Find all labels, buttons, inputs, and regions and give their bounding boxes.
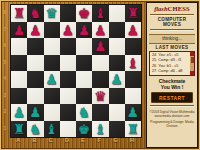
file-label-e: E (75, 137, 91, 143)
square-h2[interactable]: ♟ (125, 104, 141, 121)
pink-rook-h8: ♜ (125, 5, 141, 22)
pink-king-e8: ♚ (76, 5, 92, 22)
square-c7[interactable] (44, 22, 60, 39)
square-e4[interactable] (76, 71, 92, 88)
credit-text-1: ©2003 Digital Vision Multimedia www.medi… (148, 110, 196, 118)
square-b8[interactable]: ♞ (27, 5, 43, 22)
file-label-a: A (10, 137, 26, 143)
square-h7[interactable]: ♟ (125, 22, 141, 39)
square-b1[interactable]: ♞ (27, 121, 43, 138)
square-c6[interactable] (44, 38, 60, 55)
square-f4[interactable] (92, 71, 108, 88)
pink-queen-f3: ♛ (92, 88, 108, 105)
pink-pawn-b7: ♟ (27, 22, 43, 39)
scroll-down-icon[interactable] (190, 71, 194, 75)
move-history-list[interactable]: 24. You: e5 - c525. Comp: d3 - f126. You… (149, 51, 195, 76)
scroll-thumb[interactable] (191, 57, 194, 63)
square-d8[interactable] (60, 5, 76, 22)
square-d1[interactable] (60, 121, 76, 138)
square-f8[interactable]: ♝ (92, 5, 108, 22)
square-b6[interactable] (27, 38, 43, 55)
pink-pawn-h7: ♟ (125, 22, 141, 39)
square-f5[interactable] (92, 55, 108, 72)
square-f1[interactable]: ♝ (92, 121, 108, 138)
teal-bishop-f1: ♝ (92, 121, 108, 138)
logo: flashCHESS (154, 5, 190, 12)
teal-pawn-g4: ♟ (109, 71, 125, 88)
move-row-3: 27. Comp: d6 - d8 (152, 69, 188, 74)
square-a5[interactable] (11, 55, 27, 72)
rank-label-1: 1 (1, 120, 9, 137)
file-label-b: B (26, 137, 42, 143)
restart-button[interactable]: RESTART (151, 92, 193, 103)
square-b3[interactable] (27, 88, 43, 105)
square-g5[interactable] (109, 55, 125, 72)
file-label-f: F (91, 137, 107, 143)
square-h1[interactable]: ♜ (125, 121, 141, 138)
credit-text-2: Programming & Design: Media Division (148, 120, 196, 128)
pink-pawn-a7: ♟ (11, 22, 27, 39)
square-d4[interactable] (60, 71, 76, 88)
square-d6[interactable] (60, 38, 76, 55)
square-b7[interactable]: ♟ (27, 22, 43, 39)
square-g2[interactable] (109, 104, 125, 121)
result-line1: Checkmate (159, 78, 186, 84)
last-moves-label: LAST MOVES (155, 45, 189, 50)
square-h5[interactable]: ♝ (125, 55, 141, 72)
teal-knight-b1: ♞ (27, 121, 43, 138)
square-c5[interactable] (44, 55, 60, 72)
square-d3[interactable] (60, 88, 76, 105)
square-f6[interactable]: ♟ (92, 38, 108, 55)
pink-pawn-e7: ♟ (76, 22, 92, 39)
result-message: Checkmate You Win ! (159, 78, 186, 90)
file-label-h: H (124, 137, 140, 143)
square-a7[interactable]: ♟ (11, 22, 27, 39)
square-g8[interactable] (109, 5, 125, 22)
pink-pawn-f6: ♟ (92, 38, 108, 55)
rank-labels: 87654321 (1, 4, 9, 136)
square-e7[interactable]: ♟ (76, 22, 92, 39)
teal-knight-e2: ♞ (76, 104, 92, 121)
file-labels: ABCDEFGH (10, 137, 142, 143)
teal-king-e1: ♚ (76, 121, 92, 138)
pink-bishop-h5: ♝ (125, 55, 141, 72)
teal-bishop-c1: ♝ (44, 121, 60, 138)
pink-bishop-f8: ♝ (92, 5, 108, 22)
square-c8[interactable]: ♛ (44, 5, 60, 22)
rank-label-5: 5 (1, 54, 9, 71)
rank-label-7: 7 (1, 21, 9, 38)
file-label-c: C (43, 137, 59, 143)
side-panel: flashCHESS COMPUTER MOVES thinking... LA… (146, 2, 198, 148)
teal-pawn-a2: ♟ (11, 104, 27, 121)
square-f2[interactable] (92, 104, 108, 121)
square-c2[interactable] (44, 104, 60, 121)
square-e3[interactable] (76, 88, 92, 105)
square-a6[interactable] (11, 38, 27, 55)
result-line2: You Win ! (159, 84, 186, 90)
square-f7[interactable]: ♟ (92, 22, 108, 39)
square-c4[interactable]: ♟ (44, 71, 60, 88)
teal-pawn-h2: ♟ (125, 104, 141, 121)
square-g1[interactable] (109, 121, 125, 138)
rank-label-3: 3 (1, 87, 9, 104)
rank-label-6: 6 (1, 37, 9, 54)
square-g6[interactable] (109, 38, 125, 55)
square-e6[interactable] (76, 38, 92, 55)
square-a1[interactable]: ♜ (11, 121, 27, 138)
square-a2[interactable]: ♟ (11, 104, 27, 121)
rank-label-8: 8 (1, 4, 9, 21)
square-h3[interactable] (125, 88, 141, 105)
logo-chess: CHESS (168, 5, 190, 12)
file-label-g: G (108, 137, 124, 143)
computer-moves-label: COMPUTER MOVES (155, 17, 189, 28)
square-a3[interactable] (11, 88, 27, 105)
square-g7[interactable] (109, 22, 125, 39)
teal-queen-c8: ♛ (44, 5, 60, 22)
teal-pawn-b2: ♟ (27, 104, 43, 121)
pink-rook-a8: ♜ (11, 5, 27, 22)
square-b5[interactable] (27, 55, 43, 72)
logo-flash: flash (154, 5, 167, 12)
square-e8[interactable]: ♚ (76, 5, 92, 22)
square-e5[interactable] (76, 55, 92, 72)
board: ♜♞♛♚♝♜♟♟♟♟♟♟♟♝♟♟♛♟♟♞♟♜♞♝♚♝♜ (10, 4, 142, 138)
square-a4[interactable] (11, 71, 27, 88)
square-g4[interactable]: ♟ (109, 71, 125, 88)
divider (150, 14, 194, 16)
square-h8[interactable]: ♜ (125, 5, 141, 22)
pink-pawn-f7: ♟ (92, 22, 108, 39)
move-rows: 24. You: e5 - c525. Comp: d3 - f126. You… (152, 53, 188, 75)
teal-rook-h1: ♜ (125, 121, 141, 138)
square-e2[interactable]: ♞ (76, 104, 92, 121)
square-c1[interactable]: ♝ (44, 121, 60, 138)
teal-rook-a1: ♜ (11, 121, 27, 138)
square-b4[interactable] (27, 71, 43, 88)
square-c3[interactable] (44, 88, 60, 105)
square-f3[interactable]: ♛ (92, 88, 108, 105)
file-label-d: D (59, 137, 75, 143)
square-e1[interactable]: ♚ (76, 121, 92, 138)
rank-label-4: 4 (1, 70, 9, 87)
pink-knight-b8: ♞ (27, 5, 43, 22)
divider (150, 105, 194, 107)
teal-pawn-c4: ♟ (44, 71, 60, 88)
square-d7[interactable]: ♟ (60, 22, 76, 39)
square-h4[interactable] (125, 71, 141, 88)
square-b2[interactable]: ♟ (27, 104, 43, 121)
chess-game-window: 87654321 ♜♞♛♚♝♜♟♟♟♟♟♟♟♝♟♟♛♟♟♞♟♜♞♝♚♝♜ ABC… (0, 0, 200, 150)
divider (150, 29, 194, 31)
rank-label-2: 2 (1, 103, 9, 120)
square-h6[interactable] (125, 38, 141, 55)
square-d2[interactable] (60, 104, 76, 121)
scrollbar[interactable] (190, 52, 194, 75)
status-text: thinking... (149, 34, 195, 44)
square-d5[interactable] (60, 55, 76, 72)
scroll-up-icon[interactable] (190, 52, 194, 56)
square-a8[interactable]: ♜ (11, 5, 27, 22)
square-g3[interactable] (109, 88, 125, 105)
pink-pawn-d7: ♟ (60, 22, 76, 39)
